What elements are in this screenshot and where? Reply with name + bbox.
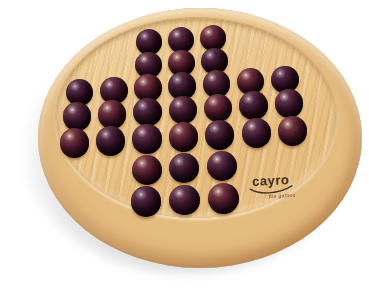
marble[interactable] (133, 98, 161, 126)
marble[interactable] (60, 128, 89, 157)
marble[interactable] (98, 100, 126, 128)
marble[interactable] (278, 116, 307, 145)
marble[interactable] (63, 102, 91, 130)
marble[interactable] (96, 126, 125, 155)
marble[interactable] (242, 118, 271, 147)
marble[interactable] (132, 124, 161, 153)
marble[interactable] (205, 120, 234, 149)
marble[interactable] (169, 153, 199, 183)
marble[interactable] (207, 151, 237, 181)
solitaire-board: cayro the games (38, 8, 362, 268)
marble[interactable] (132, 155, 162, 185)
brand-logo: cayro the games (242, 175, 299, 200)
marble[interactable] (275, 89, 303, 117)
marble[interactable] (239, 91, 267, 119)
marble[interactable] (208, 183, 239, 214)
marble[interactable] (204, 94, 232, 122)
marble[interactable] (169, 96, 197, 124)
marble[interactable] (169, 122, 198, 151)
product-photo: cayro the games (0, 0, 369, 292)
marble[interactable] (169, 185, 200, 216)
marble[interactable] (131, 186, 162, 217)
marble[interactable] (136, 29, 162, 55)
